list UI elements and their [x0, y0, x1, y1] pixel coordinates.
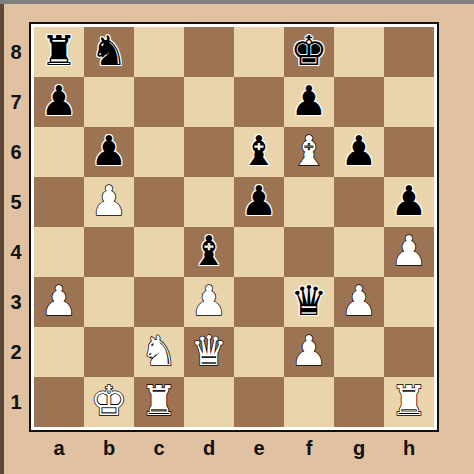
piece-black-pawn[interactable]: ♟ — [234, 177, 284, 227]
square-e6[interactable]: ♝ — [234, 127, 284, 177]
square-c7[interactable] — [134, 77, 184, 127]
square-h2[interactable] — [384, 327, 434, 377]
rank-label-4: 4 — [6, 227, 26, 277]
file-label-f: f — [284, 434, 334, 462]
piece-black-bishop[interactable]: ♝ — [184, 227, 234, 277]
piece-white-bishop[interactable]: ♝ — [284, 127, 334, 177]
square-g7[interactable] — [334, 77, 384, 127]
square-a1[interactable] — [34, 377, 84, 427]
piece-white-queen[interactable]: ♛ — [184, 327, 234, 377]
chess-board-frame: ♜♞♚♟♟♟♝♝♟♟♟♟♝♟♟♟♛♟♞♛♟♚♜♜ — [29, 22, 439, 432]
square-f6[interactable]: ♝ — [284, 127, 334, 177]
square-h1[interactable]: ♜ — [384, 377, 434, 427]
square-b5[interactable]: ♟ — [84, 177, 134, 227]
file-label-e: e — [234, 434, 284, 462]
square-b8[interactable]: ♞ — [84, 27, 134, 77]
square-a4[interactable] — [34, 227, 84, 277]
piece-white-pawn[interactable]: ♟ — [384, 227, 434, 277]
square-f8[interactable]: ♚ — [284, 27, 334, 77]
square-e3[interactable] — [234, 277, 284, 327]
square-c6[interactable] — [134, 127, 184, 177]
square-d4[interactable]: ♝ — [184, 227, 234, 277]
rank-label-6: 6 — [6, 127, 26, 177]
piece-black-queen[interactable]: ♛ — [284, 277, 334, 327]
square-f2[interactable]: ♟ — [284, 327, 334, 377]
piece-white-knight[interactable]: ♞ — [134, 327, 184, 377]
file-label-d: d — [184, 434, 234, 462]
square-g8[interactable] — [334, 27, 384, 77]
square-b6[interactable]: ♟ — [84, 127, 134, 177]
rank-label-3: 3 — [6, 277, 26, 327]
square-d5[interactable] — [184, 177, 234, 227]
square-g4[interactable] — [334, 227, 384, 277]
square-h4[interactable]: ♟ — [384, 227, 434, 277]
square-g3[interactable]: ♟ — [334, 277, 384, 327]
square-h7[interactable] — [384, 77, 434, 127]
piece-black-pawn[interactable]: ♟ — [334, 127, 384, 177]
square-d7[interactable] — [184, 77, 234, 127]
piece-white-pawn[interactable]: ♟ — [284, 327, 334, 377]
piece-black-bishop[interactable]: ♝ — [234, 127, 284, 177]
square-a6[interactable] — [34, 127, 84, 177]
square-g5[interactable] — [334, 177, 384, 227]
piece-white-rook[interactable]: ♜ — [134, 377, 184, 427]
square-e7[interactable] — [234, 77, 284, 127]
square-a7[interactable]: ♟ — [34, 77, 84, 127]
chess-board: ♜♞♚♟♟♟♝♝♟♟♟♟♝♟♟♟♛♟♞♛♟♚♜♜ — [34, 27, 434, 427]
square-e4[interactable] — [234, 227, 284, 277]
square-h6[interactable] — [384, 127, 434, 177]
square-e5[interactable]: ♟ — [234, 177, 284, 227]
square-f7[interactable]: ♟ — [284, 77, 334, 127]
square-d8[interactable] — [184, 27, 234, 77]
piece-black-pawn[interactable]: ♟ — [384, 177, 434, 227]
piece-black-pawn[interactable]: ♟ — [34, 77, 84, 127]
square-g6[interactable]: ♟ — [334, 127, 384, 177]
square-a5[interactable] — [34, 177, 84, 227]
square-e2[interactable] — [234, 327, 284, 377]
rank-label-2: 2 — [6, 327, 26, 377]
square-e1[interactable] — [234, 377, 284, 427]
square-b7[interactable] — [84, 77, 134, 127]
rank-label-5: 5 — [6, 177, 26, 227]
square-b1[interactable]: ♚ — [84, 377, 134, 427]
rank-label-8: 8 — [6, 27, 26, 77]
piece-white-pawn[interactable]: ♟ — [184, 277, 234, 327]
square-c1[interactable]: ♜ — [134, 377, 184, 427]
file-label-c: c — [134, 434, 184, 462]
piece-white-rook[interactable]: ♜ — [384, 377, 434, 427]
file-labels: a b c d e f g h — [34, 434, 434, 462]
square-b3[interactable] — [84, 277, 134, 327]
piece-black-rook[interactable]: ♜ — [34, 27, 84, 77]
square-e8[interactable] — [234, 27, 284, 77]
window-top-edge — [0, 0, 474, 4]
file-label-g: g — [334, 434, 384, 462]
square-f3[interactable]: ♛ — [284, 277, 334, 327]
square-b4[interactable] — [84, 227, 134, 277]
square-f4[interactable] — [284, 227, 334, 277]
square-d1[interactable] — [184, 377, 234, 427]
square-g1[interactable] — [334, 377, 384, 427]
square-f5[interactable] — [284, 177, 334, 227]
file-label-h: h — [384, 434, 434, 462]
rank-label-7: 7 — [6, 77, 26, 127]
piece-white-pawn[interactable]: ♟ — [84, 177, 134, 227]
file-label-a: a — [34, 434, 84, 462]
square-b2[interactable] — [84, 327, 134, 377]
square-a3[interactable]: ♟ — [34, 277, 84, 327]
square-c3[interactable] — [134, 277, 184, 327]
piece-black-pawn[interactable]: ♟ — [284, 77, 334, 127]
square-h3[interactable] — [384, 277, 434, 327]
chess-position-screen: 8 7 6 5 4 3 2 1 ♜♞♚♟♟♟♝♝♟♟♟♟♝♟♟♟♛♟♞♛♟♚♜♜… — [0, 0, 474, 474]
square-f1[interactable] — [284, 377, 334, 427]
rank-label-1: 1 — [6, 377, 26, 427]
square-a8[interactable]: ♜ — [34, 27, 84, 77]
piece-white-king[interactable]: ♚ — [84, 377, 134, 427]
rank-labels: 8 7 6 5 4 3 2 1 — [6, 27, 26, 427]
square-g2[interactable] — [334, 327, 384, 377]
piece-white-pawn[interactable]: ♟ — [334, 277, 384, 327]
square-a2[interactable] — [34, 327, 84, 377]
piece-black-knight[interactable]: ♞ — [84, 27, 134, 77]
file-label-b: b — [84, 434, 134, 462]
square-c5[interactable] — [134, 177, 184, 227]
square-h8[interactable] — [384, 27, 434, 77]
square-h5[interactable]: ♟ — [384, 177, 434, 227]
piece-black-king[interactable]: ♚ — [284, 27, 334, 77]
square-d3[interactable]: ♟ — [184, 277, 234, 327]
square-d6[interactable] — [184, 127, 234, 177]
square-c2[interactable]: ♞ — [134, 327, 184, 377]
square-c8[interactable] — [134, 27, 184, 77]
window-left-edge — [0, 4, 4, 474]
piece-black-pawn[interactable]: ♟ — [84, 127, 134, 177]
square-c4[interactable] — [134, 227, 184, 277]
square-d2[interactable]: ♛ — [184, 327, 234, 377]
piece-white-pawn[interactable]: ♟ — [34, 277, 84, 327]
